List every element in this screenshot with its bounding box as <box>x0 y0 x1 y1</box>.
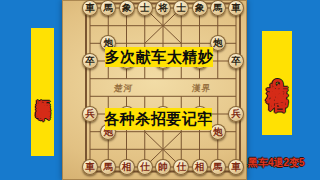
caption-top-text: 多次献车太精妙 <box>105 48 214 67</box>
piece-black-士-f3r0: 士 <box>137 0 153 16</box>
piece-red-仕-f5r9: 仕 <box>173 159 189 175</box>
piece-black-士-f5r0: 士 <box>173 0 189 16</box>
piece-red-馬-f1r9: 馬 <box>100 159 116 175</box>
left-title-banner: 顺炮直车破横车二 <box>31 28 54 156</box>
piece-red-相-f6r9: 相 <box>192 159 208 175</box>
piece-red-車-f0r9: 車 <box>82 159 98 175</box>
piece-red-馬-f7r9: 馬 <box>210 159 226 175</box>
piece-red-相-f2r9: 相 <box>119 159 135 175</box>
variation-note: 黑车4退2变5 <box>248 156 305 170</box>
caption-bottom-banner: 各种杀招要记牢 <box>105 108 212 130</box>
pieces-grid: 車馬象士将士象馬車炮炮卒卒卒卒卒兵兵兵兵兵炮炮車馬相仕帥仕相馬車 <box>81 0 245 176</box>
piece-black-将-f4r0: 将 <box>155 0 171 16</box>
piece-black-車-f8r0: 車 <box>228 0 244 16</box>
left-title-text: 顺炮直车破横车二 <box>31 88 54 96</box>
piece-black-卒-f0r3: 卒 <box>82 53 98 69</box>
piece-black-卒-f8r3: 卒 <box>228 53 244 69</box>
piece-black-馬-f7r0: 馬 <box>210 0 226 16</box>
piece-black-車-f0r0: 車 <box>82 0 98 16</box>
piece-red-帥-f4r9: 帥 <box>155 159 171 175</box>
piece-red-兵-f0r6: 兵 <box>82 106 98 122</box>
piece-black-象-f6r0: 象 <box>192 0 208 16</box>
xiangqi-board: 楚河 漢界 車馬象士将士象馬車炮炮卒卒卒卒卒兵兵兵兵兵炮炮車馬相仕帥仕相馬車 <box>62 0 247 180</box>
video-thumbnail[interactable]: 楚河 漢界 車馬象士将士象馬車炮炮卒卒卒卒卒兵兵兵兵兵炮炮車馬相仕帥仕相馬車 顺… <box>0 0 320 180</box>
piece-red-車-f8r9: 車 <box>228 159 244 175</box>
series-banner: 梅花谱9 <box>262 31 292 135</box>
caption-top-banner: 多次献车太精妙 <box>105 47 213 67</box>
piece-red-兵-f8r6: 兵 <box>228 106 244 122</box>
caption-bottom-text: 各种杀招要记牢 <box>104 110 213 129</box>
piece-black-象-f2r0: 象 <box>119 0 135 16</box>
piece-black-馬-f1r0: 馬 <box>100 0 116 16</box>
series-banner-text: 梅花谱9 <box>262 65 292 102</box>
piece-red-仕-f3r9: 仕 <box>137 159 153 175</box>
